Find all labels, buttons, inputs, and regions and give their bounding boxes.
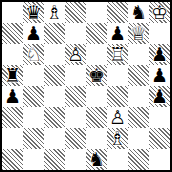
square-g2[interactable] [128, 128, 149, 149]
square-e8[interactable] [86, 2, 107, 23]
square-a7[interactable] [2, 23, 23, 44]
black-knight-glyph: ♞ [128, 2, 149, 23]
square-g6[interactable] [128, 44, 149, 65]
square-f1[interactable] [107, 149, 128, 170]
black-pawn-glyph: ♟ [23, 23, 44, 44]
piece-white-knight[interactable]: ♞♘ [23, 44, 44, 65]
square-c4[interactable] [44, 86, 65, 107]
piece-white-bishop[interactable]: ♝♗ [44, 2, 65, 23]
piece-white-bishop[interactable]: ♝♗ [107, 128, 128, 149]
square-d6[interactable]: ♟♙ [65, 44, 86, 65]
square-g8[interactable]: ♞ [128, 2, 149, 23]
piece-black-pawn[interactable]: ♟ [149, 86, 170, 107]
piece-black-pawn[interactable]: ♟ [107, 23, 128, 44]
piece-white-king[interactable]: ♚♔ [149, 2, 170, 23]
square-d3[interactable] [65, 107, 86, 128]
piece-black-king[interactable]: ♚ [86, 65, 107, 86]
piece-white-rook[interactable]: ♜♖ [107, 44, 128, 65]
black-pawn-glyph: ♟ [149, 65, 170, 86]
square-a2[interactable] [2, 128, 23, 149]
square-a6[interactable] [2, 44, 23, 65]
white-bishop-glyph: ♗ [44, 2, 65, 23]
square-h6[interactable]: ♟ [149, 44, 170, 65]
square-d4[interactable] [65, 86, 86, 107]
square-a8[interactable] [2, 2, 23, 23]
square-h3[interactable] [149, 107, 170, 128]
square-c8[interactable]: ♝♗ [44, 2, 65, 23]
square-g4[interactable] [128, 86, 149, 107]
square-b4[interactable] [23, 86, 44, 107]
square-h7[interactable] [149, 23, 170, 44]
black-queen-glyph: ♛ [23, 2, 44, 23]
chess-board: ♛♝♗♞♚♔♟♟♛♕♞♘♟♙♜♖♟♜♚♟♟♟♟♙♝♗♞ [0, 0, 172, 172]
square-b8[interactable]: ♛ [23, 2, 44, 23]
square-e2[interactable] [86, 128, 107, 149]
square-f8[interactable] [107, 2, 128, 23]
square-e5[interactable]: ♚ [86, 65, 107, 86]
square-h4[interactable]: ♟ [149, 86, 170, 107]
black-pawn-glyph: ♟ [149, 86, 170, 107]
white-king-glyph: ♔ [149, 2, 170, 23]
square-g3[interactable] [128, 107, 149, 128]
black-pawn-glyph: ♟ [2, 86, 23, 107]
square-a1[interactable] [2, 149, 23, 170]
square-c7[interactable] [44, 23, 65, 44]
piece-black-pawn[interactable]: ♟ [149, 65, 170, 86]
piece-black-pawn[interactable]: ♟ [23, 23, 44, 44]
square-e3[interactable] [86, 107, 107, 128]
white-queen-glyph: ♕ [128, 23, 149, 44]
piece-black-queen[interactable]: ♛ [23, 2, 44, 23]
white-rook-glyph: ♖ [107, 44, 128, 65]
square-d8[interactable] [65, 2, 86, 23]
square-b1[interactable] [23, 149, 44, 170]
square-b3[interactable] [23, 107, 44, 128]
piece-black-pawn[interactable]: ♟ [2, 86, 23, 107]
white-knight-glyph: ♘ [23, 44, 44, 65]
square-d5[interactable] [65, 65, 86, 86]
square-h5[interactable]: ♟ [149, 65, 170, 86]
square-b7[interactable]: ♟ [23, 23, 44, 44]
piece-black-knight[interactable]: ♞ [86, 149, 107, 170]
white-bishop-glyph: ♗ [107, 128, 128, 149]
square-b6[interactable]: ♞♘ [23, 44, 44, 65]
black-rook-glyph: ♜ [2, 65, 23, 86]
piece-white-pawn[interactable]: ♟♙ [107, 107, 128, 128]
piece-white-pawn[interactable]: ♟♙ [65, 44, 86, 65]
square-b2[interactable] [23, 128, 44, 149]
white-pawn-glyph: ♙ [65, 44, 86, 65]
square-f4[interactable] [107, 86, 128, 107]
piece-black-rook[interactable]: ♜ [2, 65, 23, 86]
piece-black-knight[interactable]: ♞ [128, 2, 149, 23]
square-f5[interactable] [107, 65, 128, 86]
square-a5[interactable]: ♜ [2, 65, 23, 86]
square-g1[interactable] [128, 149, 149, 170]
piece-white-queen[interactable]: ♛♕ [128, 23, 149, 44]
square-f6[interactable]: ♜♖ [107, 44, 128, 65]
black-pawn-glyph: ♟ [149, 44, 170, 65]
square-f2[interactable]: ♝♗ [107, 128, 128, 149]
square-c2[interactable] [44, 128, 65, 149]
black-king-glyph: ♚ [86, 65, 107, 86]
square-e6[interactable] [86, 44, 107, 65]
square-c6[interactable] [44, 44, 65, 65]
square-d2[interactable] [65, 128, 86, 149]
square-f7[interactable]: ♟ [107, 23, 128, 44]
chess-diagram: ♛♝♗♞♚♔♟♟♛♕♞♘♟♙♜♖♟♜♚♟♟♟♟♙♝♗♞ [0, 0, 172, 172]
square-h2[interactable] [149, 128, 170, 149]
square-c5[interactable] [44, 65, 65, 86]
black-knight-glyph: ♞ [86, 149, 107, 170]
square-e4[interactable] [86, 86, 107, 107]
square-b5[interactable] [23, 65, 44, 86]
square-e1[interactable]: ♞ [86, 149, 107, 170]
square-g7[interactable]: ♛♕ [128, 23, 149, 44]
square-d1[interactable] [65, 149, 86, 170]
square-a4[interactable]: ♟ [2, 86, 23, 107]
square-a3[interactable] [2, 107, 23, 128]
piece-black-pawn[interactable]: ♟ [149, 44, 170, 65]
square-d7[interactable] [65, 23, 86, 44]
square-f3[interactable]: ♟♙ [107, 107, 128, 128]
square-c1[interactable] [44, 149, 65, 170]
black-pawn-glyph: ♟ [107, 23, 128, 44]
square-e7[interactable] [86, 23, 107, 44]
square-c3[interactable] [44, 107, 65, 128]
square-h8[interactable]: ♚♔ [149, 2, 170, 23]
square-g5[interactable] [128, 65, 149, 86]
square-h1[interactable] [149, 149, 170, 170]
white-pawn-glyph: ♙ [107, 107, 128, 128]
